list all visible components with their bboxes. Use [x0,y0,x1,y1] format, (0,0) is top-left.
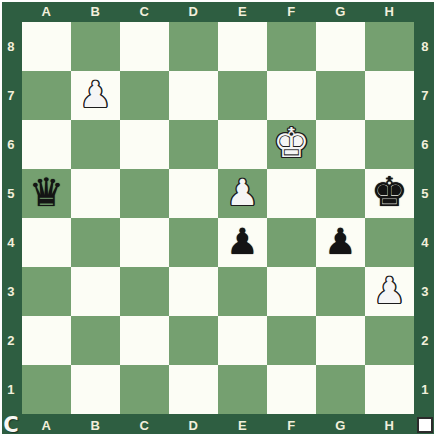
file-label-bottom-h: H [365,414,414,436]
square-a6[interactable] [22,120,71,169]
square-f4[interactable] [267,218,316,267]
white-to-move-indicator [417,417,433,433]
square-a1[interactable] [22,365,71,414]
file-label-top-c: C [120,0,169,22]
square-a7[interactable] [22,71,71,120]
square-a3[interactable] [22,267,71,316]
file-label-bottom-g: G [316,414,365,436]
file-label-top-g: G [316,0,365,22]
square-h7[interactable] [365,71,414,120]
file-label-top-f: F [267,0,316,22]
brand-logo: C [3,415,18,436]
square-d4[interactable] [169,218,218,267]
square-d3[interactable] [169,267,218,316]
file-label-bottom-b: B [71,414,120,436]
square-h8[interactable] [365,22,414,71]
square-g6[interactable] [316,120,365,169]
square-e6[interactable] [218,120,267,169]
rank-label-left-4: 4 [0,218,22,267]
square-f5[interactable] [267,169,316,218]
square-c6[interactable] [120,120,169,169]
file-label-bottom-c: C [120,414,169,436]
square-d6[interactable] [169,120,218,169]
square-e3[interactable] [218,267,267,316]
square-b4[interactable] [71,218,120,267]
rank-label-right-5: 5 [414,169,436,218]
square-h5[interactable]: ♚ [365,169,414,218]
square-b3[interactable] [71,267,120,316]
square-g4[interactable]: ♟ [316,218,365,267]
rank-label-left-1: 1 [0,365,22,414]
rank-label-right-8: 8 [414,22,436,71]
piece-black-queen[interactable]: ♛ [29,173,64,212]
square-c5[interactable] [120,169,169,218]
square-d5[interactable] [169,169,218,218]
square-e8[interactable] [218,22,267,71]
file-label-top-e: E [218,0,267,22]
square-f8[interactable] [267,22,316,71]
square-e1[interactable] [218,365,267,414]
square-a8[interactable] [22,22,71,71]
rank-label-right-2: 2 [414,316,436,365]
square-b5[interactable] [71,169,120,218]
square-b1[interactable] [71,365,120,414]
square-c4[interactable] [120,218,169,267]
square-a2[interactable] [22,316,71,365]
square-c7[interactable] [120,71,169,120]
square-g8[interactable] [316,22,365,71]
piece-white-pawn[interactable]: ♟ [226,175,258,211]
square-h6[interactable] [365,120,414,169]
piece-white-pawn[interactable]: ♟ [79,77,111,113]
square-b7[interactable]: ♟ [71,71,120,120]
file-label-top-h: H [365,0,414,22]
square-b8[interactable] [71,22,120,71]
square-f6[interactable]: ♚ [267,120,316,169]
rank-label-right-3: 3 [414,267,436,316]
rank-label-right-7: 7 [414,71,436,120]
corner-bottom-left: C [0,414,22,436]
file-label-bottom-e: E [218,414,267,436]
rank-label-left-3: 3 [0,267,22,316]
chessboard: ABCDEFGH887♟76♚65♛♟♚54♟♟43♟32211CABCDEFG… [0,0,436,436]
square-e7[interactable] [218,71,267,120]
piece-black-king[interactable]: ♚ [371,172,408,213]
file-label-bottom-d: D [169,414,218,436]
square-e4[interactable]: ♟ [218,218,267,267]
square-h1[interactable] [365,365,414,414]
piece-black-pawn[interactable]: ♟ [226,224,258,260]
square-b2[interactable] [71,316,120,365]
square-d1[interactable] [169,365,218,414]
rank-label-left-6: 6 [0,120,22,169]
rank-label-left-8: 8 [0,22,22,71]
square-g2[interactable] [316,316,365,365]
rank-label-left-2: 2 [0,316,22,365]
square-a4[interactable] [22,218,71,267]
square-c1[interactable] [120,365,169,414]
file-label-bottom-f: F [267,414,316,436]
file-label-top-d: D [169,0,218,22]
square-f3[interactable] [267,267,316,316]
rank-label-right-1: 1 [414,365,436,414]
piece-black-pawn[interactable]: ♟ [324,224,356,260]
square-g1[interactable] [316,365,365,414]
square-f2[interactable] [267,316,316,365]
rank-label-right-6: 6 [414,120,436,169]
square-h2[interactable] [365,316,414,365]
square-e2[interactable] [218,316,267,365]
rank-label-left-5: 5 [0,169,22,218]
square-h3[interactable]: ♟ [365,267,414,316]
file-label-bottom-a: A [22,414,71,436]
file-label-top-a: A [22,0,71,22]
square-c3[interactable] [120,267,169,316]
square-g3[interactable] [316,267,365,316]
piece-white-king[interactable]: ♚ [273,123,310,164]
square-d7[interactable] [169,71,218,120]
corner-top-left [0,0,22,22]
square-d8[interactable] [169,22,218,71]
square-f1[interactable] [267,365,316,414]
square-c8[interactable] [120,22,169,71]
rank-label-right-4: 4 [414,218,436,267]
corner-top-right [414,0,436,22]
square-b6[interactable] [71,120,120,169]
rank-label-left-7: 7 [0,71,22,120]
square-f7[interactable] [267,71,316,120]
square-a5[interactable]: ♛ [22,169,71,218]
corner-bottom-right [414,414,436,436]
square-g5[interactable] [316,169,365,218]
file-label-top-b: B [71,0,120,22]
piece-white-pawn[interactable]: ♟ [373,273,405,309]
square-g7[interactable] [316,71,365,120]
square-h4[interactable] [365,218,414,267]
square-d2[interactable] [169,316,218,365]
square-c2[interactable] [120,316,169,365]
square-e5[interactable]: ♟ [218,169,267,218]
